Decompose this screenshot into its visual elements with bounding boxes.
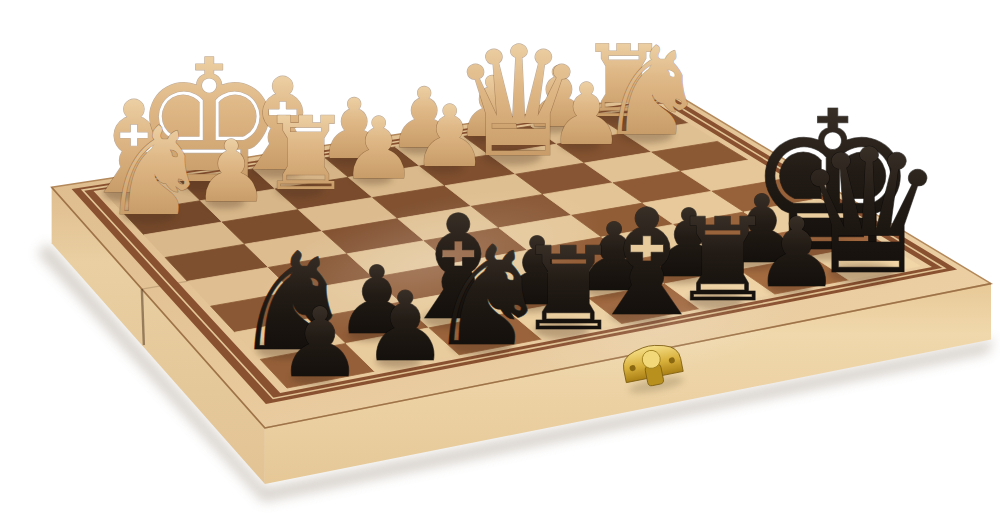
piece-wP-d7[interactable]: ♟	[340, 99, 416, 198]
piece-wR-c7[interactable]: ♜	[261, 95, 352, 213]
piece-bQ-h1[interactable]: ♛	[792, 112, 946, 313]
chess-product-photo: ♝♚♝♟♟♟♟♜♞♟♜♟♟♛♟♞♞♟♝♟♟♟♟♚♟♟♞♜♝♜♟♛ Overhea…	[0, 0, 1000, 525]
chessboard-scene: ♝♚♝♟♟♟♟♜♞♟♜♟♟♛♟♞♞♟♝♟♟♟♟♚♟♟♞♜♝♜♟♛	[0, 0, 1000, 525]
piece-bP-a1[interactable]: ♟	[277, 287, 363, 399]
piece-wP-b7[interactable]: ♟	[193, 122, 269, 221]
piece-wN-h7[interactable]: ♞	[598, 21, 707, 163]
